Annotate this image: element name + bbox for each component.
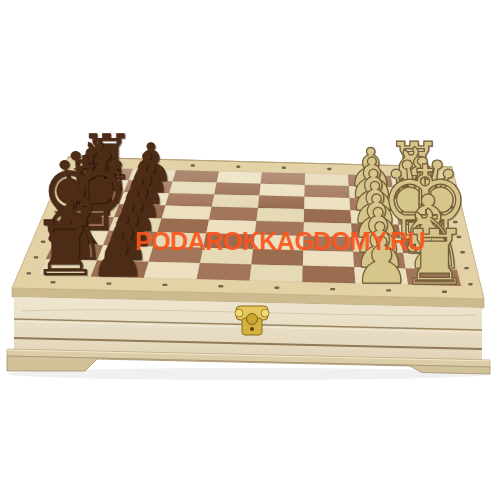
- chess-set-product-photo: ♜♞♝♛♚♝♞♜♟♟♟♟♟♟♟♟♟♟♟♟♟♟♟♟♜♞♝♛♚♝♞♜ PODAROK…: [0, 0, 500, 500]
- coordinate-stamp: [468, 283, 473, 285]
- coordinate-stamp: [386, 289, 391, 291]
- coordinate-stamp: [327, 168, 331, 170]
- square-f8: [53, 230, 109, 246]
- coordinate-stamp: [48, 226, 53, 228]
- coordinate-stamp: [442, 178, 447, 180]
- square-d3: [304, 209, 351, 223]
- coordinate-stamp: [418, 170, 422, 172]
- square-g1: [403, 253, 457, 270]
- square-d2: [350, 210, 398, 224]
- coordinate-stamp: [145, 163, 149, 165]
- coordinate-stamp: [106, 282, 111, 284]
- coordinate-stamp: [464, 267, 469, 269]
- coordinate-stamp: [457, 236, 462, 238]
- coordinate-stamp: [282, 167, 286, 169]
- wooden-box: [7, 288, 490, 374]
- watermark-text: PODAROKKAGDOMY.RU: [135, 227, 380, 256]
- coordinate-stamp: [460, 251, 465, 253]
- square-g8: [46, 244, 103, 261]
- coordinate-stamp: [453, 221, 458, 223]
- latch-left-scroll: [235, 309, 243, 317]
- latch-right-scroll: [261, 309, 269, 317]
- coordinate-stamp: [34, 256, 39, 258]
- square-h6: [144, 262, 200, 279]
- coordinate-stamp: [67, 182, 72, 184]
- square-d5: [209, 207, 258, 221]
- coordinate-stamp: [61, 196, 66, 198]
- coordinate-stamp: [442, 291, 447, 293]
- coordinate-stamp: [218, 285, 223, 287]
- coordinate-stamp: [373, 169, 377, 171]
- square-h5: [197, 263, 252, 281]
- coordinate-stamp: [236, 166, 240, 168]
- coordinate-stamp: [74, 168, 79, 170]
- latch-boss: [247, 314, 258, 325]
- coordinate-stamp: [446, 192, 451, 194]
- coordinate-stamp: [100, 162, 104, 164]
- coordinate-stamp: [191, 164, 195, 166]
- square-h1: [406, 268, 461, 286]
- coordinate-stamp: [330, 288, 335, 290]
- square-d6: [162, 206, 212, 220]
- coordinate-stamp: [449, 206, 454, 208]
- square-h2: [354, 267, 408, 285]
- square-d4: [256, 208, 304, 222]
- square-d8: [67, 203, 120, 217]
- coordinate-stamp: [51, 281, 56, 283]
- square-h7: [91, 260, 149, 277]
- square-d1: [397, 212, 447, 226]
- coordinate-stamp: [162, 284, 167, 286]
- square-h4: [250, 264, 303, 282]
- coordinate-stamp: [41, 241, 46, 243]
- square-h3: [302, 266, 355, 284]
- coordinate-stamp: [27, 272, 32, 274]
- coordinate-stamp: [274, 287, 279, 289]
- coordinate-stamp: [54, 211, 59, 213]
- square-h8: [38, 259, 97, 276]
- square-e8: [60, 216, 114, 231]
- square-d7: [114, 204, 165, 218]
- latch-keyhole: [250, 327, 254, 331]
